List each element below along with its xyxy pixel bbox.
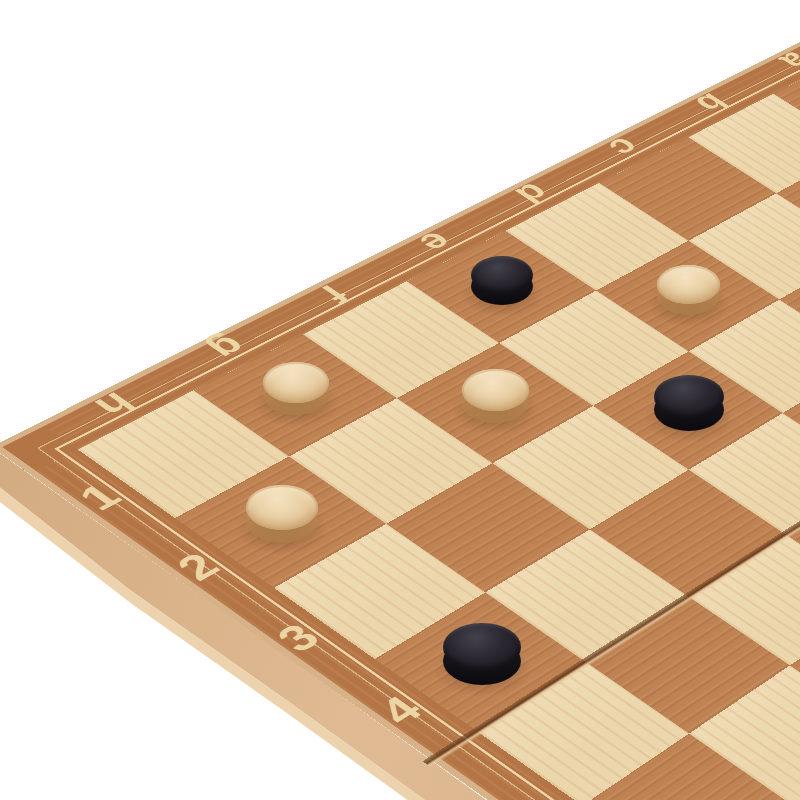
piece-top — [462, 369, 529, 411]
checker-white-f2 — [462, 369, 529, 423]
checker-white-h2 — [246, 485, 318, 543]
checker-black-e1 — [471, 256, 533, 305]
photo-stage: abcdefgh1234 — [0, 0, 800, 800]
checker-white-d2 — [657, 265, 720, 315]
piece-top — [263, 362, 329, 403]
checker-black-e3 — [654, 375, 724, 431]
checker-black-h4 — [443, 623, 521, 685]
piece-top — [657, 265, 720, 304]
piece-top — [443, 623, 521, 671]
piece-top — [246, 485, 318, 530]
piece-top — [471, 256, 533, 294]
piece-top — [654, 375, 724, 418]
checker-white-g1 — [263, 362, 329, 415]
